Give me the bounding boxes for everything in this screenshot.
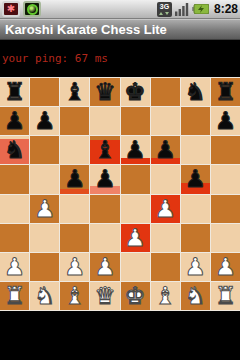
piece-wb-c1: ♝	[64, 284, 86, 308]
square-f5[interactable]	[151, 165, 180, 193]
piece-wp-f4: ♟	[154, 197, 176, 221]
green-ball-icon	[27, 4, 38, 15]
square-b1[interactable]: ♞	[30, 282, 59, 310]
square-e7[interactable]	[121, 107, 150, 135]
square-b6[interactable]	[30, 136, 59, 164]
square-c1[interactable]: ♝	[60, 282, 89, 310]
app-title: Karoshi Karate Chess Lite	[5, 22, 167, 37]
square-a7[interactable]: ♟	[0, 107, 29, 135]
data-arrows-icon	[159, 11, 169, 15]
square-g2[interactable]: ♟	[181, 253, 210, 281]
square-c8[interactable]: ♝	[60, 78, 89, 106]
square-h5[interactable]	[211, 165, 240, 193]
square-a3[interactable]	[0, 224, 29, 252]
burst-icon: ✱	[7, 4, 15, 14]
piece-bb-c8: ♝	[64, 80, 86, 104]
square-h4[interactable]	[211, 195, 240, 223]
piece-wn-g1: ♞	[185, 284, 207, 308]
piece-bp-f6: ♟	[154, 138, 176, 162]
square-c5[interactable]: ♟	[60, 165, 89, 193]
square-a4[interactable]	[0, 195, 29, 223]
square-d2[interactable]: ♟	[90, 253, 119, 281]
bottom-filler	[0, 311, 240, 360]
ping-text: your ping: 67 ms	[2, 52, 108, 65]
piece-wp-a2: ♟	[4, 255, 26, 279]
piece-bp-e6: ♟	[124, 138, 146, 162]
piece-wk-e1: ♚	[124, 284, 146, 308]
square-d6[interactable]: ♝	[90, 136, 119, 164]
piece-bp-c5: ♟	[64, 167, 86, 191]
square-b5[interactable]	[30, 165, 59, 193]
console-area: your ping: 67 ms	[0, 40, 240, 77]
piece-bp-h7: ♟	[215, 109, 237, 133]
clock: 8:28	[214, 2, 238, 16]
square-c2[interactable]: ♟	[60, 253, 89, 281]
title-bar: Karoshi Karate Chess Lite	[0, 19, 240, 40]
square-a2[interactable]: ♟	[0, 253, 29, 281]
piece-br-h8: ♜	[215, 80, 237, 104]
square-g8[interactable]: ♞	[181, 78, 210, 106]
square-h8[interactable]: ♜	[211, 78, 240, 106]
piece-bp-b7: ♟	[34, 109, 56, 133]
piece-wn-b1: ♞	[34, 284, 56, 308]
square-b3[interactable]	[30, 224, 59, 252]
piece-bk-e8: ♚	[124, 80, 146, 104]
notification-area: ✱	[2, 1, 44, 17]
square-e4[interactable]	[121, 195, 150, 223]
square-f3[interactable]	[151, 224, 180, 252]
square-d7[interactable]	[90, 107, 119, 135]
piece-wp-d2: ♟	[94, 255, 116, 279]
square-b7[interactable]: ♟	[30, 107, 59, 135]
square-h3[interactable]	[211, 224, 240, 252]
piece-bq-d8: ♛	[94, 80, 116, 104]
square-c3[interactable]	[60, 224, 89, 252]
square-e1[interactable]: ♚	[121, 282, 150, 310]
square-g1[interactable]: ♞	[181, 282, 210, 310]
status-bar[interactable]: ✱ 3G 8:28	[0, 0, 240, 19]
piece-bp-d5: ♟	[94, 167, 116, 191]
3g-label: 3G	[160, 3, 169, 11]
square-c7[interactable]	[60, 107, 89, 135]
square-e3[interactable]: ♟	[121, 224, 150, 252]
square-a5[interactable]	[0, 165, 29, 193]
square-g4[interactable]	[181, 195, 210, 223]
piece-wp-b4: ♟	[34, 197, 56, 221]
square-b4[interactable]: ♟	[30, 195, 59, 223]
square-g7[interactable]	[181, 107, 210, 135]
square-f6[interactable]: ♟	[151, 136, 180, 164]
piece-bp-g5: ♟	[185, 167, 207, 191]
square-h1[interactable]: ♜	[211, 282, 240, 310]
square-b8[interactable]	[30, 78, 59, 106]
square-c4[interactable]	[60, 195, 89, 223]
3g-network-icon: 3G	[157, 2, 172, 17]
square-f7[interactable]	[151, 107, 180, 135]
square-a6[interactable]: ♞	[0, 136, 29, 164]
square-g5[interactable]: ♟	[181, 165, 210, 193]
square-g6[interactable]	[181, 136, 210, 164]
karoshi-red-notification-icon[interactable]: ✱	[2, 1, 20, 17]
battery-charging-icon	[192, 4, 209, 14]
piece-wr-h1: ♜	[215, 284, 237, 308]
chess-board[interactable]: ♜♝♛♚♞♜♟♟♟♞♝♟♟♟♟♟♟♟♟♟♟♟♟♟♜♞♝♛♚♝♞♜	[0, 77, 240, 311]
app-window: ✱ 3G 8:28 Karoshi Karate Chess Lite	[0, 0, 240, 360]
piece-wp-c2: ♟	[64, 255, 86, 279]
square-a8[interactable]: ♜	[0, 78, 29, 106]
piece-wb-f1: ♝	[154, 284, 176, 308]
square-e2[interactable]	[121, 253, 150, 281]
square-h6[interactable]	[211, 136, 240, 164]
square-e6[interactable]: ♟	[121, 136, 150, 164]
piece-wp-g2: ♟	[185, 255, 207, 279]
square-f2[interactable]	[151, 253, 180, 281]
square-f8[interactable]	[151, 78, 180, 106]
square-d8[interactable]: ♛	[90, 78, 119, 106]
piece-bn-g8: ♞	[185, 80, 207, 104]
square-d3[interactable]	[90, 224, 119, 252]
piece-wp-e3: ♟	[124, 226, 146, 250]
piece-bb-d6: ♝	[94, 138, 116, 162]
system-tray: 3G 8:28	[157, 2, 238, 17]
piece-wp-h2: ♟	[215, 255, 237, 279]
square-h7[interactable]: ♟	[211, 107, 240, 135]
square-h2[interactable]: ♟	[211, 253, 240, 281]
signal-strength-icon	[175, 2, 189, 16]
square-a1[interactable]: ♜	[0, 282, 29, 310]
square-g3[interactable]	[181, 224, 210, 252]
square-e8[interactable]: ♚	[121, 78, 150, 106]
square-f4[interactable]: ♟	[151, 195, 180, 223]
square-d5[interactable]: ♟	[90, 165, 119, 193]
square-d4[interactable]	[90, 195, 119, 223]
square-f1[interactable]: ♝	[151, 282, 180, 310]
square-b2[interactable]	[30, 253, 59, 281]
piece-wr-a1: ♜	[4, 284, 26, 308]
piece-wq-d1: ♛	[94, 284, 116, 308]
square-c6[interactable]	[60, 136, 89, 164]
karoshi-green-notification-icon[interactable]	[23, 1, 41, 17]
piece-br-a8: ♜	[4, 80, 26, 104]
square-d1[interactable]: ♛	[90, 282, 119, 310]
piece-bp-a7: ♟	[4, 109, 26, 133]
piece-bn-a6: ♞	[4, 138, 26, 162]
square-e5[interactable]	[121, 165, 150, 193]
